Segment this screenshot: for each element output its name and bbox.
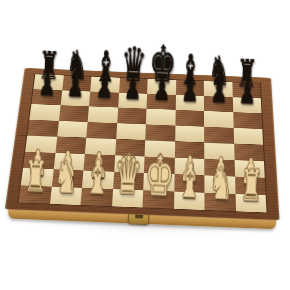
square-e8 [147,79,176,95]
square-g6 [204,111,233,128]
square-d5 [116,123,146,140]
square-h7 [232,97,261,113]
piece-white-bishop: ♝ [177,158,203,205]
square-h8 [232,82,261,98]
square-b7 [60,90,90,106]
piece-white-king: ♚ [144,148,175,204]
piece-white-knight: ♞ [208,160,234,206]
square-f7 [175,95,204,111]
scene-tilt: ♜♞♝♛♚♝♞♜♟♟♟♟♟♟♟♟♟♟♟♟♟♟♟♟♜♞♝♛♚♝♞♜ [0,0,290,290]
square-g7 [204,96,233,112]
piece-white-queen: ♛ [113,149,143,202]
square-e6 [146,109,175,126]
square-d8 [119,78,148,94]
square-a7 [31,89,61,105]
square-f5 [175,125,204,142]
square-h5 [233,128,263,145]
square-b6 [58,105,88,122]
square-c8 [90,77,119,93]
square-a5 [27,119,58,136]
square-g8 [204,81,232,97]
piece-white-rook: ♜ [240,165,264,208]
square-d6 [117,108,147,125]
square-e7 [146,94,175,110]
square-d7 [118,92,147,108]
piece-white-knight: ♞ [54,154,80,200]
square-a8 [33,74,63,90]
piece-white-rook: ♜ [23,156,47,199]
chess-board: ♜♞♝♛♚♝♞♜♟♟♟♟♟♟♟♟♟♟♟♟♟♟♟♟♜♞♝♛♚♝♞♜ [5,68,280,220]
square-e5 [145,124,175,141]
square-g5 [204,126,234,143]
square-b8 [62,75,92,91]
square-f8 [175,80,203,96]
square-c6 [88,106,118,123]
square-h6 [233,112,263,129]
square-f6 [175,110,204,127]
piece-white-bishop: ♝ [84,154,110,201]
square-b5 [57,121,88,138]
square-c5 [86,122,116,139]
product-photo: ♜♞♝♛♚♝♞♜♟♟♟♟♟♟♟♟♟♟♟♟♟♟♟♟♜♞♝♛♚♝♞♜ [0,0,290,290]
square-a6 [29,104,60,121]
square-c7 [89,91,119,107]
